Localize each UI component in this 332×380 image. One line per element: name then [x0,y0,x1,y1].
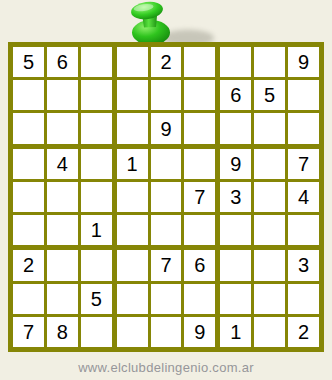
cell-r5c9[interactable]: 4 [288,182,319,212]
cell-r3c9[interactable] [288,113,319,143]
cell-r6c9[interactable] [288,215,319,245]
cell-r1c6[interactable] [184,47,215,77]
cell-r8c6[interactable] [184,284,215,314]
cell-r6c8[interactable] [254,215,285,245]
cell-r9c1[interactable]: 7 [13,317,44,347]
cell-r1c8[interactable] [254,47,285,77]
cell-r4c7[interactable]: 9 [220,149,251,179]
cell-r2c2[interactable] [47,80,78,110]
cell-r6c1[interactable] [13,215,44,245]
cell-r9c9[interactable]: 2 [288,317,319,347]
cell-r2c8[interactable]: 5 [254,80,285,110]
cell-r3c5[interactable]: 9 [151,113,182,143]
cell-r5c2[interactable] [47,182,78,212]
cell-r3c2[interactable] [47,113,78,143]
box-4: 17 [117,149,216,246]
site-url: www.elclubdelingenio.com.ar [0,360,332,375]
cell-r5c8[interactable] [254,182,285,212]
cell-r5c3[interactable] [81,182,112,212]
cell-r9c2[interactable]: 8 [47,317,78,347]
cell-r4c3[interactable] [81,149,112,179]
cell-r3c6[interactable] [184,113,215,143]
cell-r7c5[interactable]: 7 [151,250,182,280]
box-0: 56 [13,47,112,144]
cell-r4c6[interactable] [184,149,215,179]
cell-r2c6[interactable] [184,80,215,110]
cell-r7c4[interactable] [117,250,148,280]
cell-r4c4[interactable]: 1 [117,149,148,179]
cell-r8c9[interactable] [288,284,319,314]
cell-r7c2[interactable] [47,250,78,280]
cell-r8c7[interactable] [220,284,251,314]
cell-r9c8[interactable] [254,317,285,347]
cell-r3c8[interactable] [254,113,285,143]
cell-r7c9[interactable]: 3 [288,250,319,280]
box-2: 965 [220,47,319,144]
cell-r3c7[interactable] [220,113,251,143]
cell-r4c2[interactable]: 4 [47,149,78,179]
cell-r7c7[interactable] [220,250,251,280]
cell-r8c1[interactable] [13,284,44,314]
cell-r3c3[interactable] [81,113,112,143]
cell-r2c9[interactable] [288,80,319,110]
cell-r5c5[interactable] [151,182,182,212]
cell-r7c3[interactable] [81,250,112,280]
cell-r2c4[interactable] [117,80,148,110]
cell-r1c9[interactable]: 9 [288,47,319,77]
cell-r3c4[interactable] [117,113,148,143]
cell-r9c4[interactable] [117,317,148,347]
box-3: 41 [13,149,112,246]
cell-r4c9[interactable]: 7 [288,149,319,179]
cell-r7c8[interactable] [254,250,285,280]
box-8: 312 [220,250,319,347]
box-7: 769 [117,250,216,347]
cell-r6c4[interactable] [117,215,148,245]
cell-r2c3[interactable] [81,80,112,110]
cell-r5c6[interactable]: 7 [184,182,215,212]
cell-r5c1[interactable] [13,182,44,212]
cell-r6c3[interactable]: 1 [81,215,112,245]
cell-r7c1[interactable]: 2 [13,250,44,280]
cell-r1c2[interactable]: 6 [47,47,78,77]
cell-r2c5[interactable] [151,80,182,110]
cell-r9c6[interactable]: 9 [184,317,215,347]
cell-r8c3[interactable]: 5 [81,284,112,314]
cell-r9c7[interactable]: 1 [220,317,251,347]
cell-r1c7[interactable] [220,47,251,77]
cell-r6c7[interactable] [220,215,251,245]
cell-r1c1[interactable]: 5 [13,47,44,77]
box-6: 2578 [13,250,112,347]
cell-r5c4[interactable] [117,182,148,212]
cell-r9c5[interactable] [151,317,182,347]
cell-r6c6[interactable] [184,215,215,245]
cell-r7c6[interactable]: 6 [184,250,215,280]
cell-r4c1[interactable] [13,149,44,179]
sudoku-board: 5629965411797342578769312 [8,42,324,352]
box-1: 29 [117,47,216,144]
cell-r2c7[interactable]: 6 [220,80,251,110]
cell-r5c7[interactable]: 3 [220,182,251,212]
cell-r9c3[interactable] [81,317,112,347]
cell-r6c5[interactable] [151,215,182,245]
cell-r2c1[interactable] [13,80,44,110]
cell-r1c4[interactable] [117,47,148,77]
cell-r6c2[interactable] [47,215,78,245]
cell-r3c1[interactable] [13,113,44,143]
cell-r8c8[interactable] [254,284,285,314]
box-5: 9734 [220,149,319,246]
cell-r8c4[interactable] [117,284,148,314]
cell-r4c8[interactable] [254,149,285,179]
cell-r8c2[interactable] [47,284,78,314]
cell-r1c5[interactable]: 2 [151,47,182,77]
cell-r8c5[interactable] [151,284,182,314]
cell-r1c3[interactable] [81,47,112,77]
cell-r4c5[interactable] [151,149,182,179]
